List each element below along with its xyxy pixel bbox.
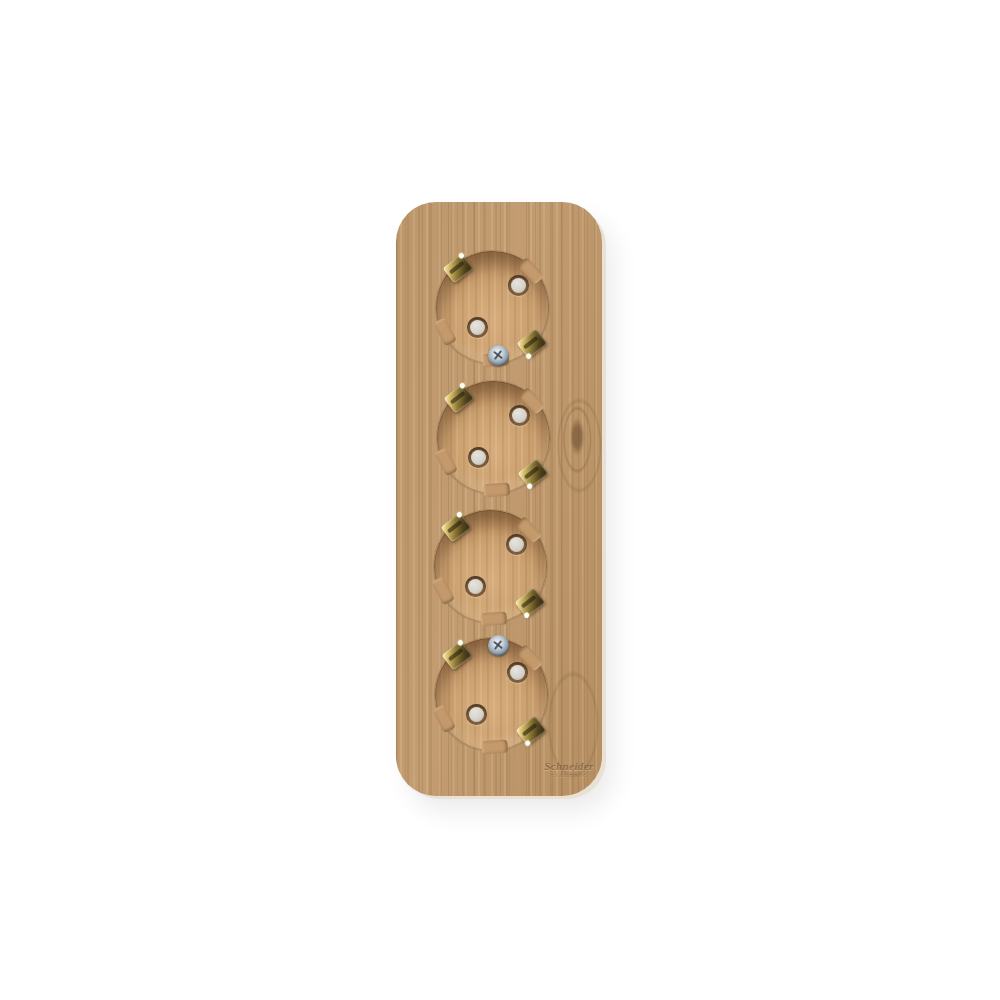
plug-guide-notch-s xyxy=(481,739,508,754)
brand-logo: Schneider Electric xyxy=(537,761,601,778)
pin-hole-upper-right xyxy=(509,405,530,426)
pin-shutter xyxy=(468,579,483,594)
pin-shutter xyxy=(469,707,484,722)
plug-guide-notch-s xyxy=(480,611,507,626)
socket-recess xyxy=(435,638,548,751)
pin-hole-lower-left xyxy=(465,576,486,597)
pin-hole-upper-right xyxy=(507,662,528,683)
pin-hole-lower-left xyxy=(468,447,489,468)
brand-sub-text: Electric xyxy=(537,773,601,778)
pin-shutter xyxy=(470,320,485,335)
pin-hole-lower-left xyxy=(467,317,488,338)
pin-hole-upper-right xyxy=(508,275,529,296)
mounting-screw xyxy=(488,635,509,656)
pin-hole-upper-right xyxy=(506,534,527,555)
mounting-screw xyxy=(488,345,509,366)
socket-recess xyxy=(434,510,547,623)
pin-shutter xyxy=(509,537,524,552)
plug-guide-notch-s xyxy=(483,482,510,497)
pin-shutter xyxy=(511,278,526,293)
brand-name-text: Schneider xyxy=(537,761,601,772)
pin-hole-lower-left xyxy=(466,704,487,725)
wooden-faceplate: Schneider Electric xyxy=(396,202,602,796)
photo-stage: Schneider Electric xyxy=(0,0,1000,1000)
pin-shutter xyxy=(512,408,527,423)
socket-recess xyxy=(437,381,550,494)
pin-shutter xyxy=(510,665,525,680)
pin-shutter xyxy=(471,450,486,465)
